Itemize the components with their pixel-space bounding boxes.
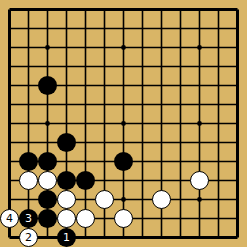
stone-black[interactable] — [38, 209, 57, 228]
stone-black-move-1[interactable]: 1 — [57, 228, 76, 247]
stones-grid: 4 3 2 1 — [0, 0, 247, 247]
stone-white[interactable] — [57, 209, 76, 228]
move-number-label: 2 — [25, 232, 32, 243]
stone-white[interactable] — [114, 209, 133, 228]
stone-black[interactable] — [19, 152, 38, 171]
move-number-label: 3 — [25, 213, 32, 224]
move-number-label: 1 — [63, 232, 70, 243]
stone-black[interactable] — [38, 76, 57, 95]
stone-white[interactable] — [95, 190, 114, 209]
stone-white[interactable] — [38, 171, 57, 190]
move-number-label: 4 — [6, 213, 13, 224]
stone-white[interactable] — [152, 190, 171, 209]
stone-white-move-4[interactable]: 4 — [0, 209, 19, 228]
stone-black[interactable] — [114, 152, 133, 171]
stone-black[interactable] — [76, 171, 95, 190]
stone-black-move-3[interactable]: 3 — [19, 209, 38, 228]
stone-black[interactable] — [38, 152, 57, 171]
stone-white-move-2[interactable]: 2 — [19, 228, 38, 247]
stone-white[interactable] — [76, 209, 95, 228]
stone-white[interactable] — [57, 190, 76, 209]
stone-black[interactable] — [57, 133, 76, 152]
stone-black[interactable] — [57, 171, 76, 190]
stone-white[interactable] — [190, 171, 209, 190]
stone-white[interactable] — [19, 171, 38, 190]
stone-black[interactable] — [38, 190, 57, 209]
go-board[interactable]: 4 3 2 1 — [0, 0, 247, 247]
